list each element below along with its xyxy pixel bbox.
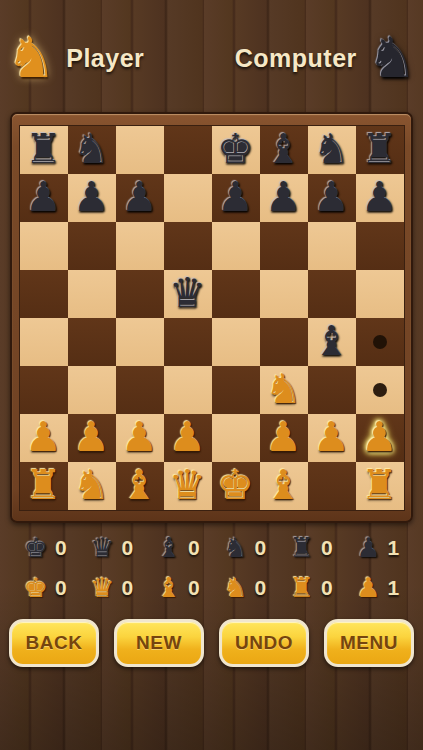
captured-pieces-tray: ♚0♛0♝0♞0♜0♟1♚0♛0♝0♞0♜0♟1: [12, 528, 411, 608]
square-e1[interactable]: ♚: [212, 462, 260, 510]
square-d5[interactable]: ♛: [164, 270, 212, 318]
captured-black-king: ♚0: [12, 528, 79, 568]
square-g8[interactable]: ♞: [308, 126, 356, 174]
white-pawn[interactable]: ♟: [356, 414, 404, 462]
captured-black-bishop: ♝0: [145, 528, 212, 568]
player-label: Player: [66, 44, 144, 73]
square-c4[interactable]: [116, 318, 164, 366]
black-pawn[interactable]: ♟: [116, 174, 164, 222]
square-e6[interactable]: [212, 222, 260, 270]
square-a6[interactable]: [20, 222, 68, 270]
back-button[interactable]: BACK: [9, 619, 99, 667]
square-b3[interactable]: [68, 366, 116, 414]
captured-count: 0: [122, 576, 134, 600]
white-pawn[interactable]: ♟: [260, 414, 308, 462]
captured-count: 0: [255, 536, 267, 560]
black-pawn[interactable]: ♟: [260, 174, 308, 222]
square-b7[interactable]: ♟: [68, 174, 116, 222]
white-pawn[interactable]: ♟: [164, 414, 212, 462]
white-bishop[interactable]: ♝: [260, 462, 308, 510]
square-h4[interactable]: [356, 318, 404, 366]
white-queen-icon: ♛: [90, 571, 114, 605]
black-pawn-icon: ♟: [356, 531, 380, 565]
square-a3[interactable]: [20, 366, 68, 414]
square-f3[interactable]: ♞: [260, 366, 308, 414]
menu-button[interactable]: MENU: [324, 619, 414, 667]
legal-move-dot[interactable]: [373, 335, 387, 349]
captured-white-pawn: ♟1: [345, 568, 412, 608]
white-knight-icon: ♞: [223, 571, 247, 605]
captured-count: 0: [188, 576, 200, 600]
chess-app: ♞ Player Computer ♞ ♜♞♚♝♞♜♟♟♟♟♟♟♟♛♝♞♟♟♟♟…: [0, 0, 423, 750]
captured-count: 0: [255, 576, 267, 600]
new-button[interactable]: NEW: [114, 619, 204, 667]
square-c7[interactable]: ♟: [116, 174, 164, 222]
square-f8[interactable]: ♝: [260, 126, 308, 174]
legal-move-dot[interactable]: [373, 383, 387, 397]
white-king-icon: ♚: [24, 571, 48, 605]
square-g6[interactable]: [308, 222, 356, 270]
white-rook[interactable]: ♜: [356, 462, 404, 510]
square-d8[interactable]: [164, 126, 212, 174]
square-h2[interactable]: ♟: [356, 414, 404, 462]
black-pawn[interactable]: ♟: [308, 174, 356, 222]
square-g3[interactable]: [308, 366, 356, 414]
square-c8[interactable]: [116, 126, 164, 174]
black-pawn[interactable]: ♟: [20, 174, 68, 222]
white-queen[interactable]: ♛: [164, 462, 212, 510]
captured-white-queen: ♛0: [79, 568, 146, 608]
black-bishop[interactable]: ♝: [260, 126, 308, 174]
white-bishop[interactable]: ♝: [116, 462, 164, 510]
white-pawn[interactable]: ♟: [68, 414, 116, 462]
square-h8[interactable]: ♜: [356, 126, 404, 174]
square-g7[interactable]: ♟: [308, 174, 356, 222]
square-b4[interactable]: [68, 318, 116, 366]
square-g1[interactable]: [308, 462, 356, 510]
black-bishop-icon: ♝: [157, 531, 181, 565]
black-rook[interactable]: ♜: [356, 126, 404, 174]
square-c6[interactable]: [116, 222, 164, 270]
black-bishop[interactable]: ♝: [308, 318, 356, 366]
captured-white-king: ♚0: [12, 568, 79, 608]
square-d7[interactable]: [164, 174, 212, 222]
square-d4[interactable]: [164, 318, 212, 366]
square-a5[interactable]: [20, 270, 68, 318]
square-h5[interactable]: [356, 270, 404, 318]
square-f4[interactable]: [260, 318, 308, 366]
captured-count: 1: [388, 576, 400, 600]
white-knight[interactable]: ♞: [260, 366, 308, 414]
white-bishop-icon: ♝: [157, 571, 181, 605]
square-e8[interactable]: ♚: [212, 126, 260, 174]
square-c5[interactable]: [116, 270, 164, 318]
white-rook-icon: ♜: [290, 571, 314, 605]
captured-count: 1: [388, 536, 400, 560]
square-h7[interactable]: ♟: [356, 174, 404, 222]
white-pawn[interactable]: ♟: [20, 414, 68, 462]
player-knight-icon: ♞: [6, 20, 56, 96]
captured-count: 0: [188, 536, 200, 560]
square-a8[interactable]: ♜: [20, 126, 68, 174]
black-knight-icon: ♞: [223, 531, 247, 565]
captured-black-knight: ♞0: [212, 528, 279, 568]
square-f1[interactable]: ♝: [260, 462, 308, 510]
square-g5[interactable]: [308, 270, 356, 318]
white-pawn[interactable]: ♟: [116, 414, 164, 462]
undo-button[interactable]: UNDO: [219, 619, 309, 667]
captured-black-queen: ♛0: [79, 528, 146, 568]
square-e4[interactable]: [212, 318, 260, 366]
captured-white-bishop: ♝0: [145, 568, 212, 608]
white-knight[interactable]: ♞: [68, 462, 116, 510]
black-queen-icon: ♛: [90, 531, 114, 565]
square-h1[interactable]: ♜: [356, 462, 404, 510]
square-b2[interactable]: ♟: [68, 414, 116, 462]
captured-black-rook: ♜0: [278, 528, 345, 568]
board-frame: ♜♞♚♝♞♜♟♟♟♟♟♟♟♛♝♞♟♟♟♟♟♟♟♜♞♝♛♚♝♜: [10, 112, 413, 523]
captured-white-knight: ♞0: [212, 568, 279, 608]
black-knight[interactable]: ♞: [308, 126, 356, 174]
square-e3[interactable]: [212, 366, 260, 414]
captured-count: 0: [321, 536, 333, 560]
square-h6[interactable]: [356, 222, 404, 270]
square-g4[interactable]: ♝: [308, 318, 356, 366]
square-d3[interactable]: [164, 366, 212, 414]
black-pawn[interactable]: ♟: [68, 174, 116, 222]
captured-count: 0: [321, 576, 333, 600]
square-e5[interactable]: [212, 270, 260, 318]
square-b6[interactable]: [68, 222, 116, 270]
computer-knight-icon: ♞: [367, 20, 417, 96]
square-e2[interactable]: [212, 414, 260, 462]
black-knight[interactable]: ♞: [68, 126, 116, 174]
square-a2[interactable]: ♟: [20, 414, 68, 462]
black-king[interactable]: ♚: [212, 126, 260, 174]
black-queen[interactable]: ♛: [164, 270, 212, 318]
square-c1[interactable]: ♝: [116, 462, 164, 510]
square-a4[interactable]: [20, 318, 68, 366]
chess-board: ♜♞♚♝♞♜♟♟♟♟♟♟♟♛♝♞♟♟♟♟♟♟♟♜♞♝♛♚♝♜: [19, 125, 405, 511]
black-pawn[interactable]: ♟: [212, 174, 260, 222]
square-b1[interactable]: ♞: [68, 462, 116, 510]
button-bar: BACK NEW UNDO MENU: [0, 619, 423, 667]
square-a7[interactable]: ♟: [20, 174, 68, 222]
white-rook[interactable]: ♜: [20, 462, 68, 510]
black-king-icon: ♚: [24, 531, 48, 565]
header: ♞ Player Computer ♞: [0, 18, 423, 98]
black-pawn[interactable]: ♟: [356, 174, 404, 222]
white-pawn-icon: ♟: [356, 571, 380, 605]
square-g2[interactable]: ♟: [308, 414, 356, 462]
captured-count: 0: [55, 536, 67, 560]
square-c3[interactable]: [116, 366, 164, 414]
square-h3[interactable]: [356, 366, 404, 414]
captured-count: 0: [122, 536, 134, 560]
square-d1[interactable]: ♛: [164, 462, 212, 510]
captured-count: 0: [55, 576, 67, 600]
square-e7[interactable]: ♟: [212, 174, 260, 222]
captured-white-rook: ♜0: [278, 568, 345, 608]
white-pawn[interactable]: ♟: [308, 414, 356, 462]
square-f2[interactable]: ♟: [260, 414, 308, 462]
square-f5[interactable]: [260, 270, 308, 318]
captured-black-pawn: ♟1: [345, 528, 412, 568]
black-rook[interactable]: ♜: [20, 126, 68, 174]
square-b5[interactable]: [68, 270, 116, 318]
white-king[interactable]: ♚: [212, 462, 260, 510]
square-d6[interactable]: [164, 222, 212, 270]
computer-label: Computer: [235, 44, 357, 73]
square-d2[interactable]: ♟: [164, 414, 212, 462]
black-rook-icon: ♜: [290, 531, 314, 565]
square-f7[interactable]: ♟: [260, 174, 308, 222]
square-b8[interactable]: ♞: [68, 126, 116, 174]
square-f6[interactable]: [260, 222, 308, 270]
square-a1[interactable]: ♜: [20, 462, 68, 510]
square-c2[interactable]: ♟: [116, 414, 164, 462]
